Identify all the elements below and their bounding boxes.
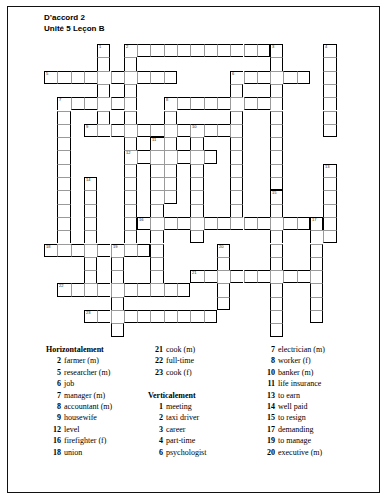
grid-cell[interactable]	[71, 71, 84, 84]
clue-item: 7electrician (m)	[260, 344, 325, 355]
grid-cell[interactable]: 16	[137, 217, 150, 230]
grid-cell[interactable]	[190, 177, 203, 190]
grid-cell[interactable]	[111, 283, 124, 296]
grid-cell[interactable]	[150, 283, 163, 296]
grid-cell[interactable]	[190, 97, 203, 110]
crossword-grid: 1234567891011121314151617181920212223	[44, 44, 337, 337]
grid-cell[interactable]	[230, 97, 243, 110]
grid-cell[interactable]	[270, 270, 283, 283]
grid-cell[interactable]	[150, 310, 163, 323]
grid-cell[interactable]	[310, 230, 323, 243]
grid-cell[interactable]	[124, 137, 137, 150]
grid-cell[interactable]	[57, 124, 70, 137]
grid-cell[interactable]	[97, 57, 110, 70]
grid-cell[interactable]	[230, 204, 243, 217]
grid-cell[interactable]	[270, 124, 283, 137]
grid-cell[interactable]	[150, 190, 163, 203]
clue-item: 15to resign	[260, 412, 325, 423]
grid-cell[interactable]	[57, 244, 70, 257]
clue-item-text: level	[64, 424, 80, 435]
grid-cell[interactable]	[204, 97, 217, 110]
grid-cell[interactable]	[230, 190, 243, 203]
clue-item-number: 18	[46, 447, 61, 458]
grid-cell[interactable]	[137, 244, 150, 257]
clue-item: 22full-time	[148, 355, 206, 366]
clue-number: 21	[192, 271, 197, 275]
grid-cell[interactable]	[71, 244, 84, 257]
clue-item-number: 15	[260, 412, 275, 423]
grid-cell[interactable]	[137, 44, 150, 57]
clue-item-text: electrician (m)	[278, 344, 325, 355]
grid-cell[interactable]: 11	[150, 137, 163, 150]
clue-item-text: union	[64, 447, 82, 458]
grid-cell[interactable]	[190, 44, 203, 57]
clue-item: 2farmer (m)	[46, 355, 112, 366]
grid-cell[interactable]	[217, 217, 230, 230]
grid-cell[interactable]	[190, 230, 203, 243]
grid-cell[interactable]: 10	[190, 124, 203, 137]
grid-cell[interactable]	[97, 71, 110, 84]
clue-item: 3career	[148, 424, 206, 435]
grid-cell[interactable]	[297, 270, 310, 283]
grid-cell[interactable]	[323, 190, 336, 203]
clue-item-number: 12	[46, 424, 61, 435]
grid-cell[interactable]	[97, 124, 110, 137]
grid-cell[interactable]	[111, 97, 124, 110]
clue-item-text: life insurance	[278, 378, 321, 389]
grid-cell[interactable]	[57, 230, 70, 243]
clue-item-number: 17	[260, 424, 275, 435]
grid-cell[interactable]	[244, 217, 257, 230]
grid-cell[interactable]	[111, 297, 124, 310]
grid-cell[interactable]	[84, 71, 97, 84]
grid-cell[interactable]	[124, 57, 137, 70]
clue-item-number: 7	[46, 390, 61, 401]
clue-item-text: part-time	[166, 435, 195, 446]
clue-item-text: firefighter (f)	[64, 435, 106, 446]
grid-cell[interactable]	[124, 190, 137, 203]
clue-number: 16	[139, 218, 144, 222]
grid-cell[interactable]	[150, 150, 163, 163]
grid-cell[interactable]	[270, 230, 283, 243]
clue-number: 9	[86, 125, 88, 129]
grid-cell[interactable]	[270, 137, 283, 150]
grid-cell[interactable]	[124, 310, 137, 323]
clue-item-number: 8	[260, 355, 275, 366]
grid-cell[interactable]	[111, 323, 124, 336]
grid-cell[interactable]	[217, 283, 230, 296]
clue-number: 17	[312, 218, 317, 222]
grid-cell[interactable]	[164, 124, 177, 137]
grid-cell[interactable]	[164, 71, 177, 84]
grid-cell[interactable]	[323, 204, 336, 217]
grid-cell[interactable]	[204, 44, 217, 57]
grid-cell[interactable]	[190, 150, 203, 163]
grid-cell[interactable]	[111, 257, 124, 270]
clue-item-text: full-time	[166, 355, 194, 366]
grid-cell[interactable]: 5	[44, 71, 57, 84]
grid-cell[interactable]	[177, 97, 190, 110]
grid-cell[interactable]	[230, 137, 243, 150]
clue-number: 11	[152, 138, 156, 142]
grid-cell[interactable]	[124, 230, 137, 243]
grid-cell[interactable]	[270, 97, 283, 110]
grid-cell[interactable]	[177, 310, 190, 323]
grid-cell[interactable]	[150, 164, 163, 177]
clue-item: 17demanding	[260, 424, 325, 435]
clue-item-text: psychologist	[166, 447, 206, 458]
grid-cell[interactable]	[323, 111, 336, 124]
clue-item: 5researcher (m)	[46, 367, 112, 378]
grid-cell[interactable]	[97, 310, 110, 323]
grid-cell[interactable]	[84, 270, 97, 283]
grid-cell[interactable]: 4	[323, 44, 336, 57]
grid-cell[interactable]	[97, 111, 110, 124]
grid-cell[interactable]	[164, 310, 177, 323]
clue-item-number: 6	[46, 378, 61, 389]
clue-item: 4part-time	[148, 435, 206, 446]
grid-cell[interactable]	[217, 257, 230, 270]
grid-cell[interactable]	[71, 283, 84, 296]
clue-item-number: 4	[148, 435, 163, 446]
grid-cell[interactable]	[323, 71, 336, 84]
grid-cell[interactable]	[164, 137, 177, 150]
grid-cell[interactable]	[270, 244, 283, 257]
grid-cell[interactable]: 3	[270, 44, 283, 57]
grid-cell[interactable]	[124, 244, 137, 257]
clue-item-number: 9	[46, 412, 61, 423]
clue-item-number: 22	[148, 355, 163, 366]
grid-cell[interactable]	[283, 217, 296, 230]
clue-item-number: 1	[148, 401, 163, 412]
grid-cell[interactable]	[257, 97, 270, 110]
grid-cell[interactable]	[230, 84, 243, 97]
grid-cell[interactable]	[310, 310, 323, 323]
grid-cell[interactable]	[204, 124, 217, 137]
grid-cell[interactable]	[164, 190, 177, 203]
clue-number: 1	[99, 45, 101, 49]
clue-item-text: to resign	[278, 412, 306, 423]
grid-cell[interactable]	[270, 71, 283, 84]
grid-cell[interactable]	[124, 84, 137, 97]
grid-cell[interactable]	[164, 164, 177, 177]
clue-item-number: 19	[260, 435, 275, 446]
grid-cell[interactable]	[124, 177, 137, 190]
grid-cell[interactable]	[57, 71, 70, 84]
grid-cell[interactable]: 18	[44, 244, 57, 257]
grid-cell[interactable]	[270, 150, 283, 163]
grid-cell[interactable]	[177, 217, 190, 230]
clue-section-header: Horizontalement	[46, 344, 112, 355]
grid-cell[interactable]	[84, 230, 97, 243]
grid-cell[interactable]	[310, 244, 323, 257]
clue-item-text: cook (m)	[166, 344, 195, 355]
clue-item-number: 14	[260, 401, 275, 412]
clue-item-number: 16	[46, 435, 61, 446]
grid-cell[interactable]	[71, 97, 84, 110]
clue-item: 9housewife	[46, 412, 112, 423]
grid-cell[interactable]	[111, 270, 124, 283]
grid-cell[interactable]	[297, 71, 310, 84]
clue-item-text: taxi driver	[166, 412, 199, 423]
grid-cell[interactable]	[270, 323, 283, 336]
clue-number: 20	[219, 245, 224, 249]
grid-cell[interactable]	[124, 97, 137, 110]
clue-section-header: Verticalement	[148, 390, 206, 401]
grid-cell[interactable]	[84, 204, 97, 217]
grid-cell[interactable]	[283, 71, 296, 84]
grid-cell[interactable]	[230, 150, 243, 163]
clue-item-number: 23	[148, 367, 163, 378]
grid-cell[interactable]	[257, 71, 270, 84]
clue-number: 3	[272, 45, 274, 49]
grid-cell[interactable]: 6	[230, 71, 243, 84]
grid-cell[interactable]	[270, 297, 283, 310]
grid-cell[interactable]	[124, 71, 137, 84]
grid-cell[interactable]	[150, 71, 163, 84]
grid-cell[interactable]	[97, 84, 110, 97]
clue-number: 23	[86, 311, 91, 315]
grid-cell[interactable]: 20	[217, 244, 230, 257]
grid-cell[interactable]	[310, 257, 323, 270]
clue-item-text: meeting	[166, 401, 192, 412]
grid-cell[interactable]	[177, 150, 190, 163]
grid-cell[interactable]: 22	[57, 283, 70, 296]
grid-cell[interactable]: 23	[84, 310, 97, 323]
grid-cell[interactable]	[217, 124, 230, 137]
grid-cell[interactable]	[111, 124, 124, 137]
grid-cell[interactable]	[150, 204, 163, 217]
grid-cell[interactable]	[57, 177, 70, 190]
grid-cell[interactable]	[137, 71, 150, 84]
grid-cell[interactable]: 8	[164, 97, 177, 110]
grid-cell[interactable]	[270, 204, 283, 217]
grid-cell[interactable]	[217, 44, 230, 57]
grid-cell[interactable]	[150, 44, 163, 57]
grid-cell[interactable]	[257, 44, 270, 57]
grid-cell[interactable]: 19	[111, 244, 124, 257]
grid-cell[interactable]	[217, 297, 230, 310]
grid-cell[interactable]	[323, 97, 336, 110]
grid-cell[interactable]	[124, 111, 137, 124]
grid-cell[interactable]	[323, 177, 336, 190]
grid-cell[interactable]	[97, 283, 110, 296]
grid-cell[interactable]: 21	[190, 270, 203, 283]
grid-cell[interactable]	[217, 97, 230, 110]
grid-cell[interactable]	[150, 124, 163, 137]
clue-item: 16firefighter (f)	[46, 435, 112, 446]
grid-cell[interactable]	[57, 204, 70, 217]
grid-cell[interactable]	[244, 270, 257, 283]
grid-cell[interactable]	[190, 310, 203, 323]
grid-cell[interactable]	[190, 204, 203, 217]
grid-cell[interactable]	[270, 310, 283, 323]
clue-item-number: 10	[260, 367, 275, 378]
grid-cell[interactable]	[57, 217, 70, 230]
clue-item: 6psychologist	[148, 447, 206, 458]
grid-cell[interactable]	[124, 217, 137, 230]
grid-cell[interactable]	[230, 124, 243, 137]
clue-item-number: 7	[260, 344, 275, 355]
grid-cell[interactable]	[244, 44, 257, 57]
grid-cell[interactable]: 7	[57, 97, 70, 110]
grid-cell[interactable]	[230, 44, 243, 57]
clue-number: 10	[192, 125, 197, 129]
clue-item-text: cook (f)	[166, 367, 192, 378]
grid-cell[interactable]	[190, 164, 203, 177]
grid-cell[interactable]	[164, 283, 177, 296]
grid-cell[interactable]	[230, 111, 243, 124]
clue-item-number: 2	[46, 355, 61, 366]
clue-item-text: to manage	[278, 435, 311, 446]
clue-column: 7electrician (m)8worker (f)10banker (m)1…	[260, 344, 325, 458]
grid-cell[interactable]	[204, 217, 217, 230]
grid-cell[interactable]	[310, 283, 323, 296]
grid-cell[interactable]	[190, 137, 203, 150]
grid-cell[interactable]	[57, 164, 70, 177]
grid-cell[interactable]	[323, 217, 336, 230]
grid-cell[interactable]	[97, 244, 110, 257]
grid-cell[interactable]	[257, 270, 270, 283]
clue-column: Horizontalement2farmer (m)5researcher (m…	[46, 344, 112, 458]
grid-cell[interactable]	[97, 97, 110, 110]
grid-cell[interactable]	[270, 257, 283, 270]
grid-cell[interactable]	[310, 270, 323, 283]
grid-cell[interactable]	[190, 217, 203, 230]
clue-item-text: career	[166, 424, 186, 435]
clue-number: 5	[46, 72, 48, 76]
grid-cell[interactable]	[124, 124, 137, 137]
clue-item: 19to manage	[260, 435, 325, 446]
clue-number: 4	[325, 45, 327, 49]
clue-item: 11life insurance	[260, 378, 325, 389]
grid-cell[interactable]	[270, 111, 283, 124]
grid-cell[interactable]	[270, 57, 283, 70]
clue-number: 6	[232, 72, 234, 76]
grid-cell[interactable]	[270, 217, 283, 230]
grid-cell[interactable]: 17	[310, 217, 323, 230]
clue-number: 19	[113, 245, 118, 249]
grid-cell[interactable]	[137, 150, 150, 163]
grid-cell[interactable]	[150, 257, 163, 270]
clue-item: 6job	[46, 378, 112, 389]
grid-cell[interactable]	[270, 164, 283, 177]
grid-cell[interactable]	[177, 283, 190, 296]
grid-cell[interactable]	[297, 217, 310, 230]
grid-cell[interactable]	[190, 190, 203, 203]
grid-cell[interactable]	[150, 270, 163, 283]
grid-cell[interactable]: 1	[97, 44, 110, 57]
grid-cell[interactable]	[137, 124, 150, 137]
grid-cell[interactable]	[323, 84, 336, 97]
grid-cell[interactable]	[164, 150, 177, 163]
grid-cell[interactable]	[230, 217, 243, 230]
grid-cell[interactable]	[217, 270, 230, 283]
clue-item-number: 3	[148, 424, 163, 435]
grid-cell[interactable]	[111, 310, 124, 323]
grid-cell[interactable]	[124, 164, 137, 177]
grid-cell[interactable]	[204, 150, 217, 163]
title-line1: D’accord 2	[44, 13, 104, 24]
grid-cell[interactable]	[270, 283, 283, 296]
grid-cell[interactable]	[150, 177, 163, 190]
grid-cell[interactable]	[177, 44, 190, 57]
grid-cell[interactable]	[257, 217, 270, 230]
grid-cell[interactable]	[283, 270, 296, 283]
clue-item: 23cook (f)	[148, 367, 206, 378]
grid-cell[interactable]	[84, 257, 97, 270]
clue-item-number: 11	[260, 378, 275, 389]
clue-item: 7manager (m)	[46, 390, 112, 401]
grid-cell[interactable]	[270, 177, 283, 190]
grid-cell[interactable]	[323, 230, 336, 243]
grid-cell[interactable]: 12	[124, 150, 137, 163]
clue-number: 15	[272, 191, 277, 195]
clue-item: 20executive (m)	[260, 447, 325, 458]
grid-cell[interactable]: 9	[84, 124, 97, 137]
grid-cell[interactable]	[230, 164, 243, 177]
grid-cell[interactable]	[164, 44, 177, 57]
grid-cell[interactable]	[230, 177, 243, 190]
grid-cell[interactable]	[124, 283, 137, 296]
grid-cell[interactable]	[244, 97, 257, 110]
grid-cell[interactable]	[177, 124, 190, 137]
grid-cell[interactable]	[57, 150, 70, 163]
grid-cell[interactable]	[323, 57, 336, 70]
clue-item: 8worker (f)	[260, 355, 325, 366]
grid-cell[interactable]	[310, 297, 323, 310]
grid-cell[interactable]	[84, 97, 97, 110]
grid-cell[interactable]	[204, 270, 217, 283]
grid-cell[interactable]	[57, 137, 70, 150]
grid-cell[interactable]	[150, 230, 163, 243]
grid-cell[interactable]: 14	[84, 177, 97, 190]
grid-cell[interactable]: 13	[323, 164, 336, 177]
clue-number: 13	[325, 165, 330, 169]
grid-cell[interactable]	[137, 283, 150, 296]
clue-item: 13to earn	[260, 390, 325, 401]
grid-cell[interactable]: 2	[124, 44, 137, 57]
grid-cell[interactable]	[230, 270, 243, 283]
clue-number: 12	[126, 151, 131, 155]
grid-cell[interactable]	[150, 244, 163, 257]
grid-cell[interactable]: 15	[270, 190, 283, 203]
grid-cell[interactable]	[244, 71, 257, 84]
grid-cell[interactable]	[164, 111, 177, 124]
grid-cell[interactable]	[270, 84, 283, 97]
grid-cell[interactable]	[323, 124, 336, 137]
grid-cell[interactable]	[137, 310, 150, 323]
clue-item-number: 6	[148, 447, 163, 458]
grid-cell[interactable]	[84, 244, 97, 257]
grid-cell[interactable]	[57, 190, 70, 203]
grid-cell[interactable]	[57, 111, 70, 124]
grid-cell[interactable]	[150, 217, 163, 230]
grid-cell[interactable]	[164, 217, 177, 230]
clue-number: 2	[126, 45, 128, 49]
grid-cell[interactable]	[84, 217, 97, 230]
grid-cell[interactable]	[124, 204, 137, 217]
grid-cell[interactable]	[111, 71, 124, 84]
clue-item: 21cook (m)	[148, 344, 206, 355]
clue-item: 18union	[46, 447, 112, 458]
grid-cell[interactable]	[84, 190, 97, 203]
grid-cell[interactable]	[164, 177, 177, 190]
grid-cell[interactable]	[204, 310, 217, 323]
grid-cell[interactable]	[84, 283, 97, 296]
clue-item-text: farmer (m)	[64, 355, 99, 366]
clue-item: 12level	[46, 424, 112, 435]
